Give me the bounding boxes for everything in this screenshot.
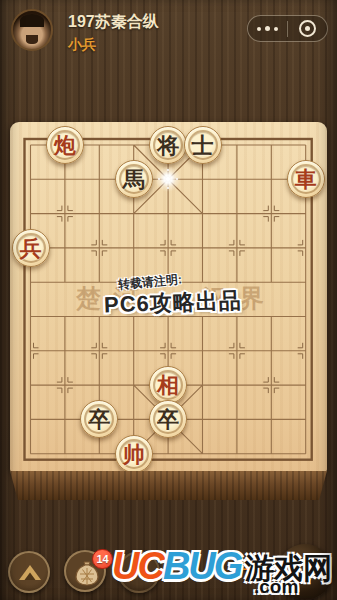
watermark-brand: PC6攻略出品	[104, 286, 243, 321]
board-bevel-edge	[10, 471, 327, 500]
piece-character: 炮	[54, 134, 76, 156]
watermark-site-com: .com	[254, 576, 298, 598]
exit-button[interactable]	[288, 16, 327, 41]
piece-black-将[interactable]: 将	[149, 126, 187, 164]
piece-red-帅[interactable]: 帅	[115, 435, 153, 473]
piece-red-車[interactable]: 車	[287, 160, 325, 198]
piece-black-士[interactable]: 士	[184, 126, 222, 164]
level-title: 197苏秦合纵	[68, 12, 159, 33]
hint-count-badge: 14	[92, 549, 113, 569]
piece-black-馬[interactable]: 馬	[115, 160, 153, 198]
more-dots-icon	[257, 26, 278, 31]
piece-character: 卒	[88, 408, 110, 430]
watermark-site-logo: UCBUG	[112, 545, 241, 588]
miniprogram-capsule	[247, 15, 328, 42]
exit-circle-icon	[299, 20, 316, 37]
difficulty-label: 小兵	[68, 36, 96, 54]
piece-character: 将	[157, 134, 179, 156]
piece-red-炮[interactable]: 炮	[46, 126, 84, 164]
collapse-button[interactable]	[8, 551, 50, 593]
piece-character: 帅	[123, 443, 145, 465]
piece-red-兵[interactable]: 兵	[12, 229, 50, 267]
xiangqi-app-screen: 197苏秦合纵 小兵 楚河 汉界 炮将士馬車兵相卒卒帅 转载请注明: PC6攻略…	[0, 0, 337, 600]
piece-character: 車	[295, 168, 317, 190]
piece-character: 士	[192, 134, 214, 156]
more-button[interactable]	[248, 16, 287, 41]
up-chevron-icon	[10, 553, 52, 595]
piece-red-相[interactable]: 相	[149, 366, 187, 404]
player-avatar[interactable]	[11, 9, 53, 51]
piece-character: 卒	[157, 408, 179, 430]
piece-character: 馬	[123, 168, 145, 190]
piece-character: 兵	[20, 237, 42, 259]
piece-character: 相	[157, 374, 179, 396]
